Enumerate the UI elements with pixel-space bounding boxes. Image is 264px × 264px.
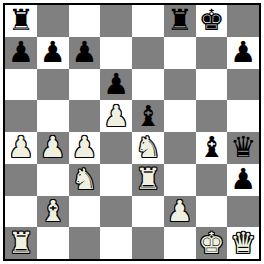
square-d8[interactable] (100, 5, 132, 37)
square-e4[interactable]: ♞ (132, 132, 164, 164)
square-c7[interactable]: ♟ (69, 37, 101, 69)
white-rook-piece: ♜ (135, 165, 161, 194)
square-e3[interactable]: ♜ (132, 164, 164, 196)
square-b3[interactable] (37, 164, 69, 196)
square-f8[interactable]: ♜ (164, 5, 196, 37)
square-h1[interactable]: ♛ (227, 227, 259, 259)
square-a8[interactable]: ♜ (5, 5, 37, 37)
black-king-piece: ♚ (198, 6, 224, 35)
square-c3[interactable]: ♞ (69, 164, 101, 196)
chess-board: ♜♜♚♟♟♟♟♟♟♝♟♟♟♞♝♛♞♜♟♝♟♜♚♛ (3, 3, 261, 261)
white-bishop-piece: ♝ (40, 197, 66, 226)
square-c2[interactable] (69, 196, 101, 228)
black-pawn-piece: ♟ (8, 38, 34, 67)
square-h8[interactable] (227, 5, 259, 37)
square-e6[interactable] (132, 69, 164, 101)
square-e5[interactable]: ♝ (132, 100, 164, 132)
square-a1[interactable]: ♜ (5, 227, 37, 259)
square-d5[interactable]: ♟ (100, 100, 132, 132)
square-c6[interactable] (69, 69, 101, 101)
square-b4[interactable]: ♟ (37, 132, 69, 164)
white-rook-piece: ♜ (8, 229, 34, 258)
square-g3[interactable] (196, 164, 228, 196)
square-h3[interactable]: ♟ (227, 164, 259, 196)
square-e1[interactable] (132, 227, 164, 259)
white-pawn-piece: ♟ (40, 133, 66, 162)
square-f2[interactable]: ♟ (164, 196, 196, 228)
square-d4[interactable] (100, 132, 132, 164)
square-h7[interactable]: ♟ (227, 37, 259, 69)
square-f5[interactable] (164, 100, 196, 132)
square-a6[interactable] (5, 69, 37, 101)
square-h6[interactable] (227, 69, 259, 101)
square-b1[interactable] (37, 227, 69, 259)
square-a5[interactable] (5, 100, 37, 132)
black-bishop-piece: ♝ (135, 102, 161, 131)
square-c5[interactable] (69, 100, 101, 132)
square-a7[interactable]: ♟ (5, 37, 37, 69)
black-bishop-piece: ♝ (198, 133, 224, 162)
square-d6[interactable]: ♟ (100, 69, 132, 101)
white-pawn-piece: ♟ (71, 133, 97, 162)
white-knight-piece: ♞ (71, 165, 97, 194)
square-e2[interactable] (132, 196, 164, 228)
square-d1[interactable] (100, 227, 132, 259)
chess-diagram: ♜♜♚♟♟♟♟♟♟♝♟♟♟♞♝♛♞♜♟♝♟♜♚♛ (0, 0, 264, 264)
square-g2[interactable] (196, 196, 228, 228)
square-f3[interactable] (164, 164, 196, 196)
square-b8[interactable] (37, 5, 69, 37)
square-g7[interactable] (196, 37, 228, 69)
black-rook-piece: ♜ (8, 6, 34, 35)
white-knight-piece: ♞ (135, 133, 161, 162)
black-pawn-piece: ♟ (230, 165, 256, 194)
square-g5[interactable] (196, 100, 228, 132)
square-f1[interactable] (164, 227, 196, 259)
square-f4[interactable] (164, 132, 196, 164)
square-g8[interactable]: ♚ (196, 5, 228, 37)
square-a3[interactable] (5, 164, 37, 196)
square-e7[interactable] (132, 37, 164, 69)
square-g1[interactable]: ♚ (196, 227, 228, 259)
black-rook-piece: ♜ (167, 6, 193, 35)
square-a4[interactable]: ♟ (5, 132, 37, 164)
square-g4[interactable]: ♝ (196, 132, 228, 164)
black-pawn-piece: ♟ (40, 38, 66, 67)
white-pawn-piece: ♟ (8, 133, 34, 162)
square-b6[interactable] (37, 69, 69, 101)
square-d3[interactable] (100, 164, 132, 196)
white-pawn-piece: ♟ (167, 197, 193, 226)
square-d7[interactable] (100, 37, 132, 69)
white-king-piece: ♚ (198, 229, 224, 258)
square-f6[interactable] (164, 69, 196, 101)
square-f7[interactable] (164, 37, 196, 69)
square-e8[interactable] (132, 5, 164, 37)
square-c8[interactable] (69, 5, 101, 37)
square-h5[interactable] (227, 100, 259, 132)
black-pawn-piece: ♟ (103, 70, 129, 99)
square-h2[interactable] (227, 196, 259, 228)
white-queen-piece: ♛ (230, 229, 256, 258)
square-h4[interactable]: ♛ (227, 132, 259, 164)
square-b2[interactable]: ♝ (37, 196, 69, 228)
square-g6[interactable] (196, 69, 228, 101)
square-d2[interactable] (100, 196, 132, 228)
white-pawn-piece: ♟ (103, 102, 129, 131)
square-c4[interactable]: ♟ (69, 132, 101, 164)
black-pawn-piece: ♟ (71, 38, 97, 67)
square-a2[interactable] (5, 196, 37, 228)
black-queen-piece: ♛ (230, 133, 256, 162)
black-pawn-piece: ♟ (230, 38, 256, 67)
square-b5[interactable] (37, 100, 69, 132)
square-b7[interactable]: ♟ (37, 37, 69, 69)
square-c1[interactable] (69, 227, 101, 259)
